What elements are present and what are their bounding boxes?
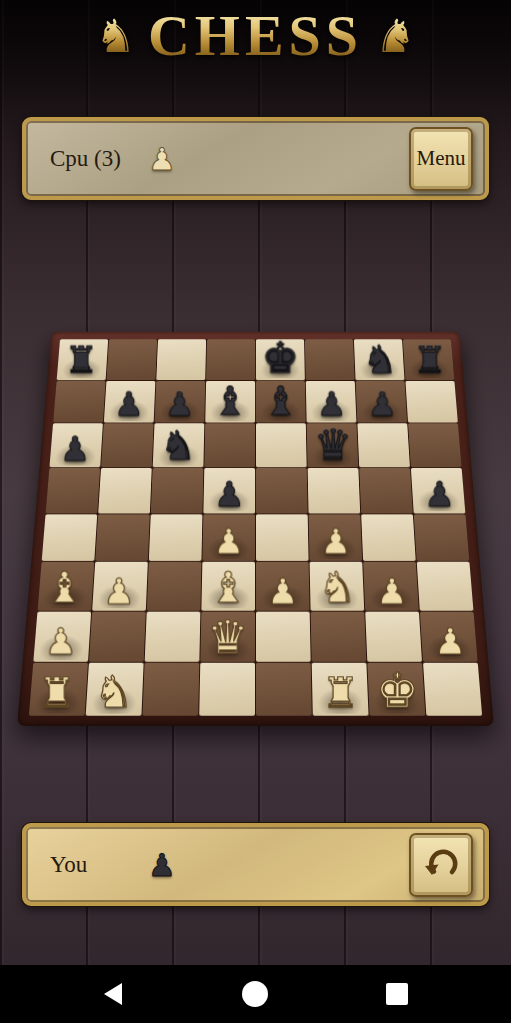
piece-white-knight[interactable]: ♞ [318,567,356,609]
square-b8[interactable] [106,339,157,380]
piece-black-knight[interactable]: ♞ [363,340,397,378]
piece-black-pawn[interactable]: ♟ [367,388,396,421]
square-d1[interactable] [199,663,255,716]
piece-white-bishop[interactable]: ♝ [209,567,247,609]
captured-white-pawn-icon: ♟ [148,143,176,174]
square-b4[interactable] [95,514,150,561]
square-g7[interactable]: ♟ [356,381,408,423]
square-h6[interactable] [408,423,461,467]
square-c5[interactable] [151,468,204,513]
piece-black-pawn[interactable]: ♟ [114,388,143,421]
undo-button[interactable] [409,833,473,897]
square-f5[interactable] [308,468,361,513]
square-d7[interactable]: ♝ [205,381,255,423]
piece-black-rook[interactable]: ♜ [413,342,446,379]
piece-black-pawn[interactable]: ♟ [165,388,194,421]
square-e4[interactable] [256,514,309,561]
square-d3[interactable]: ♝ [201,562,255,611]
square-a6[interactable]: ♟ [49,423,102,467]
square-b6[interactable] [101,423,154,467]
knight-logo-left-icon: ♞ [95,13,136,59]
square-f3[interactable]: ♞ [310,562,365,611]
cpu-player-bar: Cpu (3) ♟ Menu [22,117,489,200]
square-a2[interactable]: ♟ [33,611,91,662]
square-d2[interactable]: ♛ [200,611,255,662]
piece-black-queen[interactable]: ♛ [314,423,352,466]
android-nav-bar [0,965,511,1023]
square-f1[interactable]: ♜ [312,663,369,716]
captured-black-pawn-icon: ♟ [148,849,176,880]
piece-black-pawn[interactable]: ♟ [60,432,90,465]
cpu-player-label: Cpu (3) [50,146,121,172]
square-g4[interactable] [361,514,416,561]
knight-logo-right-icon: ♞ [375,13,416,59]
piece-white-knight[interactable]: ♞ [94,670,133,714]
piece-white-pawn[interactable]: ♟ [103,573,135,608]
square-h8[interactable]: ♜ [403,339,454,380]
square-a3[interactable]: ♝ [38,562,95,611]
square-a1[interactable]: ♜ [29,663,88,716]
piece-white-pawn[interactable]: ♟ [213,525,244,560]
square-b5[interactable] [98,468,152,513]
app-header: ♞ CHESS ♞ [0,0,511,72]
square-h5[interactable]: ♟ [411,468,465,513]
square-g8[interactable]: ♞ [354,339,405,380]
square-c8[interactable] [156,339,206,380]
square-a8[interactable]: ♜ [57,339,108,380]
square-d4[interactable]: ♟ [202,514,255,561]
piece-white-pawn[interactable]: ♟ [267,573,299,608]
square-e3[interactable]: ♟ [256,562,310,611]
square-h7[interactable] [405,381,457,423]
piece-white-queen[interactable]: ♛ [207,614,248,660]
back-button[interactable] [104,983,122,1005]
piece-black-bishop[interactable]: ♝ [213,382,248,421]
square-g1[interactable]: ♚ [367,663,425,716]
square-h4[interactable] [414,514,470,561]
piece-black-pawn[interactable]: ♟ [424,477,455,511]
square-f6[interactable]: ♛ [307,423,359,467]
square-g5[interactable] [359,468,413,513]
square-a5[interactable] [46,468,100,513]
square-f7[interactable]: ♟ [306,381,357,423]
square-b7[interactable]: ♟ [104,381,156,423]
menu-button[interactable]: Menu [409,127,473,191]
board-tilt: ♜♚♞♜♟♟♝♝♟♟♟♞♛♟♟♟♟♝♟♝♟♞♟♟♛♟♜♞♜♚ [17,332,494,726]
square-d8[interactable] [206,339,255,380]
piece-white-pawn[interactable]: ♟ [45,624,77,660]
piece-white-pawn[interactable]: ♟ [320,525,351,560]
square-f2[interactable] [311,611,367,662]
square-h3[interactable] [417,562,474,611]
square-c1[interactable] [142,663,199,716]
square-e2[interactable] [256,611,311,662]
piece-black-knight[interactable]: ♞ [160,426,196,466]
square-g6[interactable] [357,423,410,467]
piece-white-bishop[interactable]: ♝ [46,567,84,609]
square-c7[interactable]: ♟ [155,381,206,423]
square-c6[interactable]: ♞ [153,423,205,467]
piece-white-rook[interactable]: ♜ [38,672,75,714]
chess-board[interactable]: ♜♚♞♜♟♟♝♝♟♟♟♞♛♟♟♟♟♝♟♝♟♞♟♟♛♟♜♞♜♚ [29,339,482,715]
piece-black-king[interactable]: ♚ [262,337,300,379]
piece-black-bishop[interactable]: ♝ [263,382,298,421]
square-c2[interactable] [145,611,201,662]
square-b3[interactable]: ♟ [92,562,148,611]
square-e5[interactable] [256,468,308,513]
piece-black-pawn[interactable]: ♟ [317,388,346,421]
square-e7[interactable]: ♝ [256,381,306,423]
square-c3[interactable] [147,562,202,611]
square-b2[interactable] [89,611,146,662]
square-e8[interactable]: ♚ [256,339,305,380]
piece-white-pawn[interactable]: ♟ [376,573,408,608]
square-f8[interactable] [305,339,355,380]
you-player-bar: You ♟ [22,823,489,906]
square-f4[interactable]: ♟ [309,514,363,561]
recents-button[interactable] [386,983,408,1005]
square-h1[interactable] [423,663,482,716]
chess-board-area: ♜♚♞♜♟♟♝♝♟♟♟♞♛♟♟♟♟♝♟♝♟♞♟♟♛♟♜♞♜♚ [17,236,494,726]
square-h2[interactable]: ♟ [420,611,478,662]
square-a4[interactable] [42,514,98,561]
board-frame: ♜♚♞♜♟♟♝♝♟♟♟♞♛♟♟♟♟♝♟♝♟♞♟♟♛♟♜♞♜♚ [17,332,494,726]
app-title: CHESS [148,7,363,65]
square-e6[interactable] [256,423,307,467]
square-b1[interactable]: ♞ [86,663,144,716]
piece-white-king[interactable]: ♚ [376,666,419,714]
square-g2[interactable] [365,611,422,662]
square-g3[interactable]: ♟ [363,562,419,611]
piece-white-rook[interactable]: ♜ [322,672,359,714]
you-player-label: You [50,852,87,878]
undo-arrow-icon [421,845,461,885]
piece-black-pawn[interactable]: ♟ [214,477,245,511]
square-e1[interactable] [256,663,312,716]
square-d6[interactable] [204,423,255,467]
square-a7[interactable] [53,381,105,423]
square-c4[interactable] [149,514,203,561]
piece-white-pawn[interactable]: ♟ [434,624,466,660]
piece-black-rook[interactable]: ♜ [65,342,98,379]
home-button[interactable] [242,981,268,1007]
square-d5[interactable]: ♟ [203,468,255,513]
